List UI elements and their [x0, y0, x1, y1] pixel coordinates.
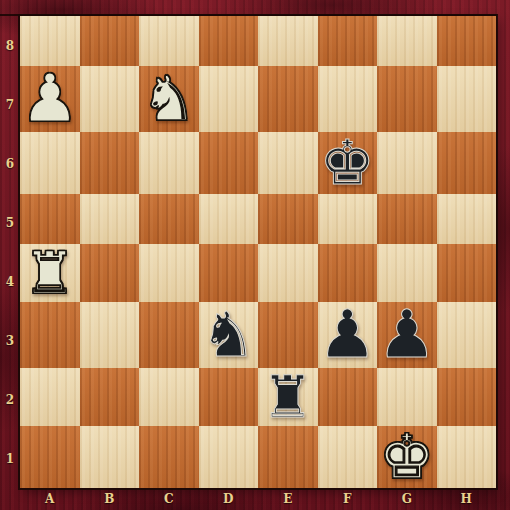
file-label-a: A — [20, 488, 80, 510]
square-h8[interactable] — [437, 16, 497, 66]
square-h6[interactable] — [437, 132, 497, 194]
square-e3[interactable] — [258, 302, 318, 368]
square-e8[interactable] — [258, 16, 318, 66]
square-f2[interactable] — [318, 368, 378, 426]
square-f8[interactable] — [318, 16, 378, 66]
square-a6[interactable] — [20, 132, 80, 194]
square-f6[interactable]: ♚ — [318, 132, 378, 194]
square-a4[interactable]: ♜ — [20, 244, 80, 302]
square-b8[interactable] — [80, 16, 140, 66]
square-d8[interactable] — [199, 16, 259, 66]
file-labels: ABCDEFGH — [20, 488, 496, 510]
square-d6[interactable] — [199, 132, 259, 194]
piece-white-pawn[interactable]: ♟ — [20, 66, 79, 132]
square-e1[interactable] — [258, 426, 318, 488]
piece-black-knight[interactable]: ♞ — [200, 304, 256, 366]
square-c1[interactable] — [139, 426, 199, 488]
square-e4[interactable] — [258, 244, 318, 302]
file-label-g: G — [377, 488, 437, 510]
chess-board: ♟♞♚♜♞♟♟♜♚ — [20, 16, 496, 488]
rank-label-1: 1 — [0, 429, 20, 488]
square-e7[interactable] — [258, 66, 318, 132]
square-g8[interactable] — [377, 16, 437, 66]
square-g5[interactable] — [377, 194, 437, 244]
square-b3[interactable] — [80, 302, 140, 368]
square-a1[interactable] — [20, 426, 80, 488]
square-g3[interactable]: ♟ — [377, 302, 437, 368]
square-h2[interactable] — [437, 368, 497, 426]
square-f4[interactable] — [318, 244, 378, 302]
rank-label-6: 6 — [0, 134, 20, 193]
file-label-f: F — [318, 488, 378, 510]
file-label-h: H — [437, 488, 497, 510]
square-c6[interactable] — [139, 132, 199, 194]
file-label-c: C — [139, 488, 199, 510]
square-b4[interactable] — [80, 244, 140, 302]
board-frame: 87654321 ♟♞♚♜♞♟♟♜♚ ABCDEFGH — [0, 0, 510, 510]
square-b7[interactable] — [80, 66, 140, 132]
square-a5[interactable] — [20, 194, 80, 244]
square-f5[interactable] — [318, 194, 378, 244]
square-f7[interactable] — [318, 66, 378, 132]
square-h4[interactable] — [437, 244, 497, 302]
square-d7[interactable] — [199, 66, 259, 132]
square-e5[interactable] — [258, 194, 318, 244]
square-c4[interactable] — [139, 244, 199, 302]
square-g7[interactable] — [377, 66, 437, 132]
square-c7[interactable]: ♞ — [139, 66, 199, 132]
square-c5[interactable] — [139, 194, 199, 244]
square-e6[interactable] — [258, 132, 318, 194]
file-label-e: E — [258, 488, 318, 510]
file-label-d: D — [199, 488, 259, 510]
square-f3[interactable]: ♟ — [318, 302, 378, 368]
square-a3[interactable] — [20, 302, 80, 368]
square-h1[interactable] — [437, 426, 497, 488]
square-a7[interactable]: ♟ — [20, 66, 80, 132]
square-g2[interactable] — [377, 368, 437, 426]
square-h3[interactable] — [437, 302, 497, 368]
square-b5[interactable] — [80, 194, 140, 244]
square-d4[interactable] — [199, 244, 259, 302]
piece-black-king[interactable]: ♚ — [319, 132, 375, 194]
square-b6[interactable] — [80, 132, 140, 194]
square-b2[interactable] — [80, 368, 140, 426]
square-e2[interactable]: ♜ — [258, 368, 318, 426]
square-f1[interactable] — [318, 426, 378, 488]
square-a8[interactable] — [20, 16, 80, 66]
square-g4[interactable] — [377, 244, 437, 302]
square-a2[interactable] — [20, 368, 80, 426]
square-c8[interactable] — [139, 16, 199, 66]
rank-labels: 87654321 — [0, 16, 20, 488]
square-g6[interactable] — [377, 132, 437, 194]
square-h5[interactable] — [437, 194, 497, 244]
piece-black-pawn[interactable]: ♟ — [318, 302, 377, 368]
piece-white-knight[interactable]: ♞ — [141, 68, 197, 130]
square-c2[interactable] — [139, 368, 199, 426]
file-label-b: B — [80, 488, 140, 510]
square-h7[interactable] — [437, 66, 497, 132]
square-d3[interactable]: ♞ — [199, 302, 259, 368]
square-d1[interactable] — [199, 426, 259, 488]
rank-label-2: 2 — [0, 370, 20, 429]
square-c3[interactable] — [139, 302, 199, 368]
piece-white-king[interactable]: ♚ — [379, 426, 435, 488]
rank-label-8: 8 — [0, 16, 20, 75]
square-b1[interactable] — [80, 426, 140, 488]
rank-label-5: 5 — [0, 193, 20, 252]
piece-black-rook[interactable]: ♜ — [262, 368, 314, 426]
rank-label-4: 4 — [0, 252, 20, 311]
square-d2[interactable] — [199, 368, 259, 426]
square-g1[interactable]: ♚ — [377, 426, 437, 488]
square-d5[interactable] — [199, 194, 259, 244]
rank-label-7: 7 — [0, 75, 20, 134]
piece-black-pawn[interactable]: ♟ — [377, 302, 436, 368]
rank-label-3: 3 — [0, 311, 20, 370]
piece-white-rook[interactable]: ♜ — [24, 244, 76, 302]
